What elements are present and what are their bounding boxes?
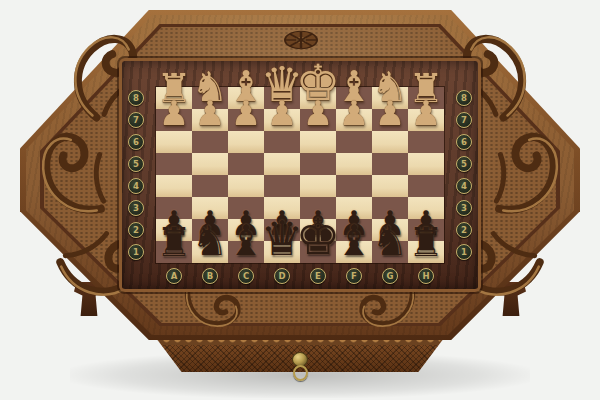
square-h7[interactable]: ♟ (408, 109, 444, 131)
white-pawn-c7[interactable]: ♟ (231, 96, 261, 130)
white-pawn-e7[interactable]: ♟ (303, 96, 333, 130)
square-g5[interactable] (372, 153, 408, 175)
square-g1[interactable]: ♞ (372, 241, 408, 263)
square-c4[interactable] (228, 175, 264, 197)
rank-labels-left: 87654321 (127, 87, 145, 263)
rank-label-3: 3 (128, 200, 144, 216)
square-h6[interactable] (408, 131, 444, 153)
square-d4[interactable] (264, 175, 300, 197)
square-d7[interactable]: ♟ (264, 109, 300, 131)
knob-ring (293, 365, 308, 381)
black-bishop-c1[interactable]: ♝ (227, 220, 265, 262)
black-rook-a1[interactable]: ♜ (156, 222, 192, 262)
square-a7[interactable]: ♟ (156, 109, 192, 131)
square-g7[interactable]: ♟ (372, 109, 408, 131)
black-bishop-f1[interactable]: ♝ (335, 220, 373, 262)
square-f5[interactable] (336, 153, 372, 175)
square-f4[interactable] (336, 175, 372, 197)
file-label-f: F (346, 268, 362, 284)
white-pawn-h7[interactable]: ♟ (411, 96, 441, 130)
rank-label-4: 4 (456, 178, 472, 194)
rank-label-2: 2 (456, 222, 472, 238)
rank-labels-right: 87654321 (455, 87, 473, 263)
square-a1[interactable]: ♜ (156, 241, 192, 263)
square-b1[interactable]: ♞ (192, 241, 228, 263)
rank-label-6: 6 (456, 134, 472, 150)
rank-label-7: 7 (456, 112, 472, 128)
white-pawn-f7[interactable]: ♟ (339, 96, 369, 130)
rank-label-7: 7 (128, 112, 144, 128)
rank-label-8: 8 (456, 90, 472, 106)
square-h1[interactable]: ♜ (408, 241, 444, 263)
file-label-h: H (418, 268, 434, 284)
square-d5[interactable] (264, 153, 300, 175)
file-label-b: B (202, 268, 218, 284)
file-label-d: D (274, 268, 290, 284)
white-pawn-b7[interactable]: ♟ (195, 96, 225, 130)
square-f1[interactable]: ♝ (336, 241, 372, 263)
square-c1[interactable]: ♝ (228, 241, 264, 263)
square-d6[interactable] (264, 131, 300, 153)
file-label-e: E (310, 268, 326, 284)
rank-label-8: 8 (128, 90, 144, 106)
rank-label-5: 5 (128, 156, 144, 172)
square-g6[interactable] (372, 131, 408, 153)
square-b5[interactable] (192, 153, 228, 175)
square-g4[interactable] (372, 175, 408, 197)
rank-label-5: 5 (456, 156, 472, 172)
square-c7[interactable]: ♟ (228, 109, 264, 131)
rank-label-1: 1 (128, 244, 144, 260)
rank-label-2: 2 (128, 222, 144, 238)
chess-board-grid: ♜♞♝♛♚♝♞♜♟♟♟♟♟♟♟♟♟♟♟♟♟♟♟♟♜♞♝♛♚♝♞♜ (156, 87, 444, 263)
square-e6[interactable] (300, 131, 336, 153)
black-rook-h1[interactable]: ♜ (408, 222, 444, 262)
black-knight-g1[interactable]: ♞ (372, 221, 409, 262)
square-a5[interactable] (156, 153, 192, 175)
square-a6[interactable] (156, 131, 192, 153)
white-pawn-g7[interactable]: ♟ (375, 96, 405, 130)
rank-label-1: 1 (456, 244, 472, 260)
file-label-c: C (238, 268, 254, 284)
square-c6[interactable] (228, 131, 264, 153)
white-pawn-d7[interactable]: ♟ (267, 96, 297, 130)
white-pawn-a7[interactable]: ♟ (159, 96, 189, 130)
square-e5[interactable] (300, 153, 336, 175)
square-e1[interactable]: ♚ (300, 241, 336, 263)
square-h5[interactable] (408, 153, 444, 175)
square-f7[interactable]: ♟ (336, 109, 372, 131)
square-c5[interactable] (228, 153, 264, 175)
square-e4[interactable] (300, 175, 336, 197)
rank-label-4: 4 (128, 178, 144, 194)
square-h4[interactable] (408, 175, 444, 197)
black-knight-b1[interactable]: ♞ (192, 221, 229, 262)
walnut-coordinate-border: ♜♞♝♛♚♝♞♜♟♟♟♟♟♟♟♟♟♟♟♟♟♟♟♟♜♞♝♛♚♝♞♜ ABCDEFG… (122, 61, 478, 289)
square-b6[interactable] (192, 131, 228, 153)
rank-label-3: 3 (456, 200, 472, 216)
black-king-e1[interactable]: ♚ (296, 212, 341, 262)
rank-label-6: 6 (128, 134, 144, 150)
file-label-a: A (166, 268, 182, 284)
square-b7[interactable]: ♟ (192, 109, 228, 131)
brass-knob-icon[interactable] (292, 352, 308, 382)
file-labels: ABCDEFGH (156, 267, 444, 285)
square-a4[interactable] (156, 175, 192, 197)
square-b4[interactable] (192, 175, 228, 197)
file-label-g: G (382, 268, 398, 284)
square-f6[interactable] (336, 131, 372, 153)
square-e7[interactable]: ♟ (300, 109, 336, 131)
